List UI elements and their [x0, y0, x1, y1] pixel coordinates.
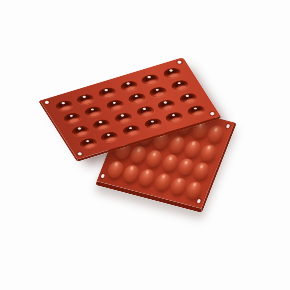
hemisphere-cavity	[121, 124, 143, 138]
hemisphere-cavity	[142, 117, 164, 131]
hemisphere-cavity	[186, 104, 208, 118]
dome-bump	[205, 124, 225, 144]
dome-bump	[198, 143, 218, 163]
hemisphere-cavity	[164, 110, 186, 124]
hemisphere-cavity	[99, 130, 121, 144]
dome-bump	[191, 161, 211, 181]
product-photo	[0, 0, 290, 290]
dome-bump	[184, 180, 204, 200]
hemisphere-cavity	[77, 137, 99, 151]
